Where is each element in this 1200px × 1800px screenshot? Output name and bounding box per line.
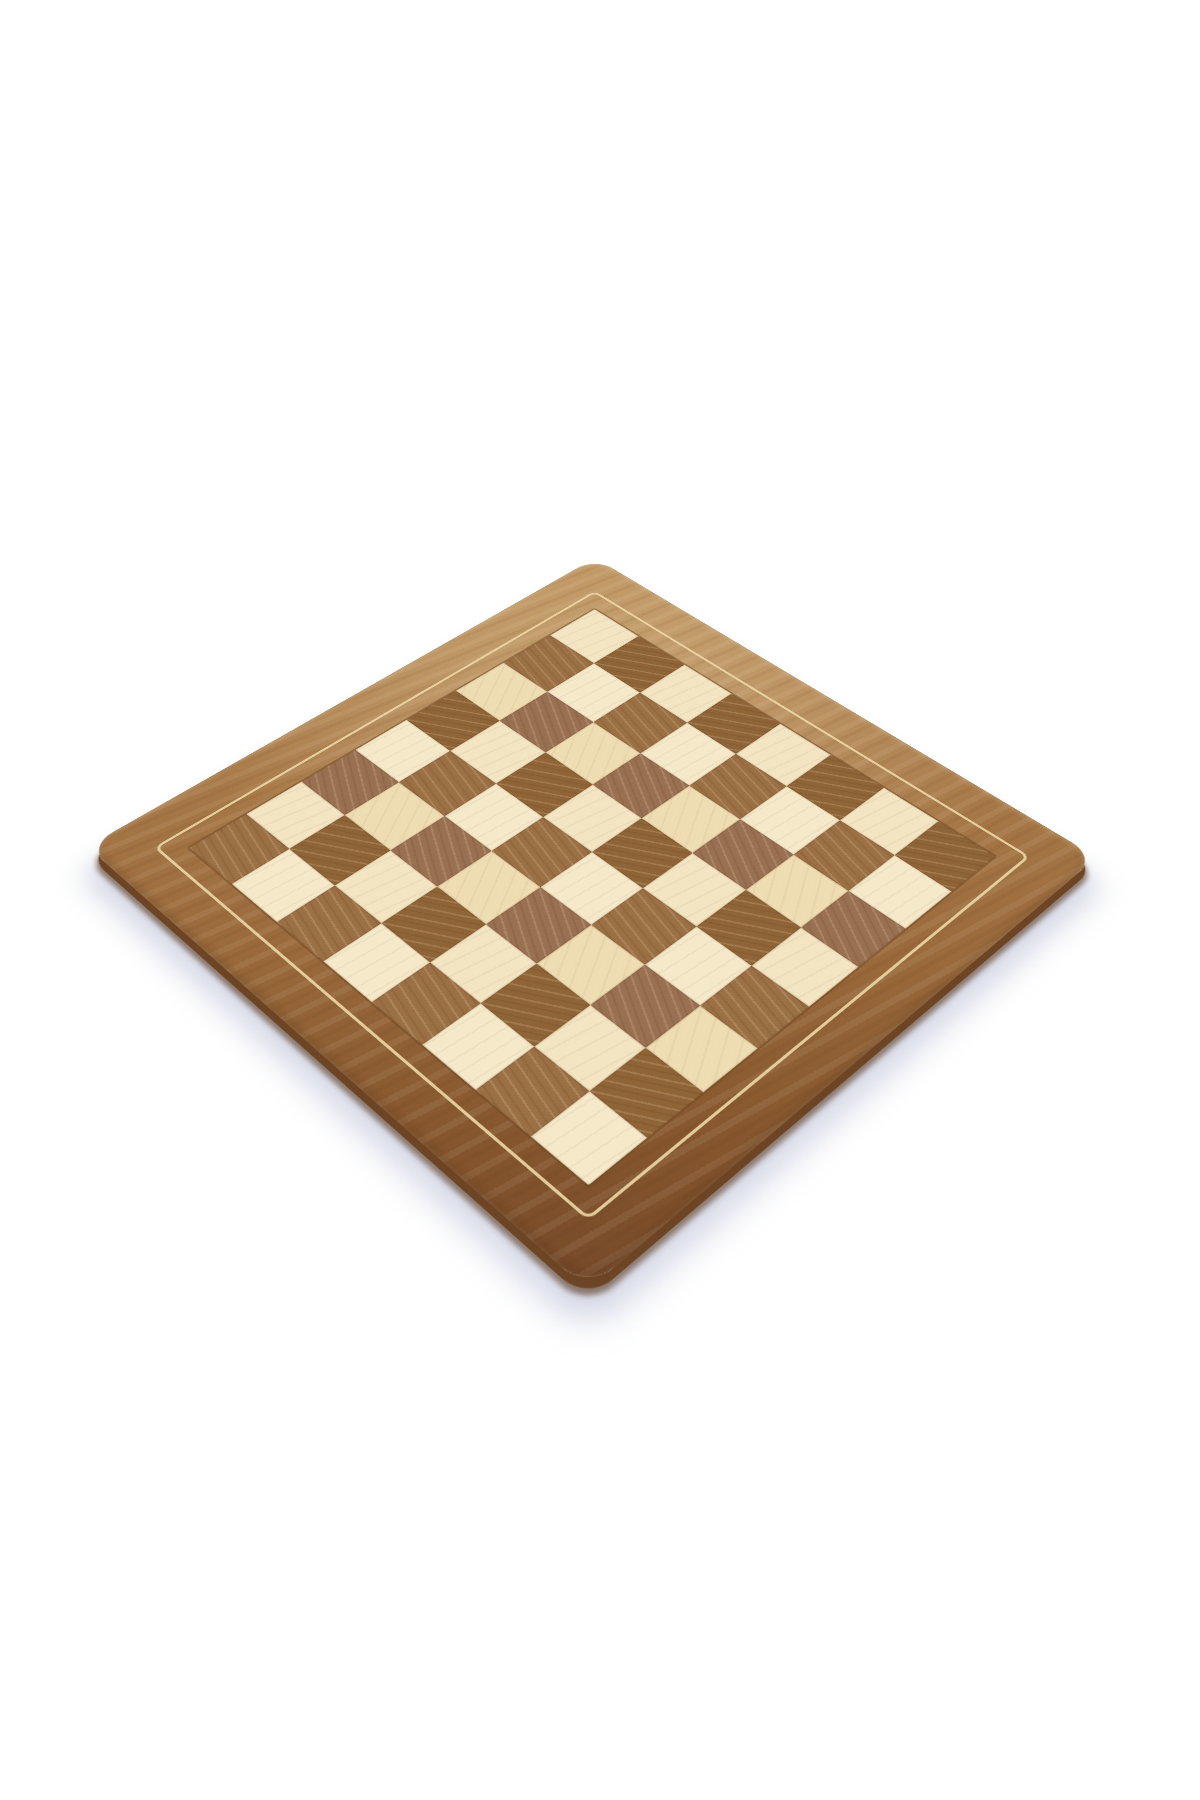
camera-tilt-wrapper	[0, 0, 1200, 1800]
chess-board	[87, 558, 1097, 1290]
playing-field	[189, 609, 995, 1185]
photo-background	[0, 0, 1200, 1800]
